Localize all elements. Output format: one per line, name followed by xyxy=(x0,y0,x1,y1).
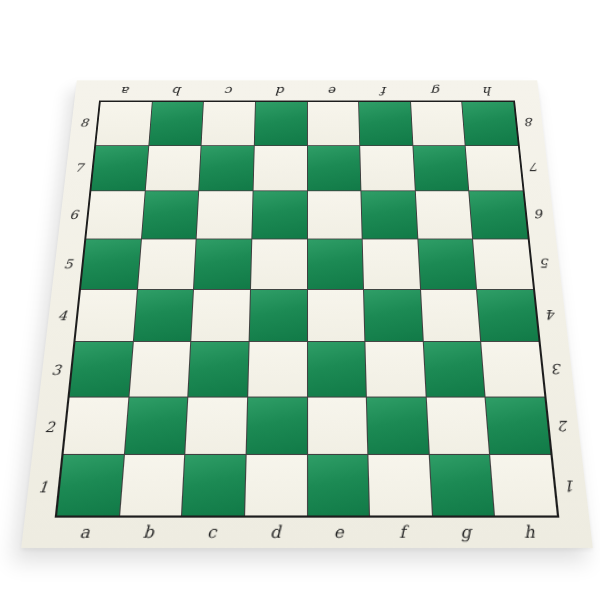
square-c6[interactable] xyxy=(197,191,253,238)
square-c8[interactable] xyxy=(202,102,255,145)
square-g7[interactable] xyxy=(413,146,468,191)
square-d4[interactable] xyxy=(250,289,307,341)
square-f6[interactable] xyxy=(362,191,418,238)
square-f7[interactable] xyxy=(360,146,414,191)
square-b4[interactable] xyxy=(134,289,194,341)
square-c1[interactable] xyxy=(182,455,245,515)
square-f3[interactable] xyxy=(366,342,426,396)
square-g3[interactable] xyxy=(424,342,485,396)
file-label-g-top: g xyxy=(410,80,463,100)
file-label-c-top: c xyxy=(203,80,256,100)
square-c2[interactable] xyxy=(186,397,247,454)
file-label-h-top: h xyxy=(461,80,515,100)
square-e5[interactable] xyxy=(307,239,363,288)
file-label-a-top: a xyxy=(99,80,153,100)
square-h6[interactable] xyxy=(470,191,528,238)
square-c5[interactable] xyxy=(194,239,251,288)
square-c3[interactable] xyxy=(189,342,249,396)
chessboard-grid xyxy=(55,101,560,518)
file-labels-top: abcdefgh xyxy=(99,80,515,100)
square-h8[interactable] xyxy=(463,102,518,145)
square-b7[interactable] xyxy=(145,146,200,191)
square-d2[interactable] xyxy=(247,397,307,454)
square-a7[interactable] xyxy=(91,146,148,191)
file-label-a-bottom: a xyxy=(51,518,117,548)
square-b2[interactable] xyxy=(125,397,188,454)
square-g6[interactable] xyxy=(416,191,473,238)
file-label-f-bottom: f xyxy=(370,518,435,548)
square-e4[interactable] xyxy=(308,289,365,341)
square-b1[interactable] xyxy=(120,455,185,515)
square-a4[interactable] xyxy=(76,289,137,341)
rank-label-6-right: 6 xyxy=(525,190,556,238)
square-d3[interactable] xyxy=(248,342,306,396)
file-labels-bottom: abcdefgh xyxy=(51,518,562,548)
square-d1[interactable] xyxy=(245,455,307,515)
square-f1[interactable] xyxy=(369,455,432,515)
square-b8[interactable] xyxy=(149,102,203,145)
file-label-e-bottom: e xyxy=(307,518,371,548)
square-c4[interactable] xyxy=(192,289,250,341)
square-h2[interactable] xyxy=(486,397,550,454)
square-d7[interactable] xyxy=(253,146,306,191)
square-a2[interactable] xyxy=(64,397,128,454)
square-f2[interactable] xyxy=(367,397,428,454)
square-b3[interactable] xyxy=(129,342,190,396)
square-h1[interactable] xyxy=(491,455,557,515)
square-b5[interactable] xyxy=(138,239,196,288)
file-label-c-bottom: c xyxy=(179,518,244,548)
square-g8[interactable] xyxy=(411,102,465,145)
square-h3[interactable] xyxy=(482,342,545,396)
square-h5[interactable] xyxy=(473,239,533,288)
rank-label-7-right: 7 xyxy=(520,144,551,190)
square-a6[interactable] xyxy=(86,191,144,238)
square-f4[interactable] xyxy=(364,289,422,341)
square-b6[interactable] xyxy=(142,191,199,238)
file-label-h-bottom: h xyxy=(496,518,562,548)
square-e3[interactable] xyxy=(308,342,366,396)
square-h7[interactable] xyxy=(466,146,523,191)
photo-background: abcdefgh 87654321 87654321 abcdefgh xyxy=(0,0,600,600)
square-a8[interactable] xyxy=(96,102,151,145)
file-label-d-top: d xyxy=(255,80,307,100)
square-e6[interactable] xyxy=(307,191,361,238)
square-g5[interactable] xyxy=(418,239,476,288)
file-label-b-top: b xyxy=(151,80,204,100)
square-e2[interactable] xyxy=(308,397,368,454)
rank-label-8-right: 8 xyxy=(515,101,545,145)
square-g1[interactable] xyxy=(430,455,495,515)
file-label-d-bottom: d xyxy=(243,518,307,548)
square-a5[interactable] xyxy=(81,239,141,288)
file-label-g-bottom: g xyxy=(433,518,498,548)
square-g4[interactable] xyxy=(421,289,481,341)
square-d6[interactable] xyxy=(252,191,306,238)
square-f5[interactable] xyxy=(363,239,420,288)
rank-label-3-right: 3 xyxy=(541,342,575,398)
chessboard-mat: abcdefgh 87654321 87654321 abcdefgh xyxy=(21,80,593,548)
square-a1[interactable] xyxy=(57,455,123,515)
rank-label-5-right: 5 xyxy=(530,239,562,289)
file-label-f-top: f xyxy=(358,80,411,100)
square-h4[interactable] xyxy=(477,289,538,341)
rank-label-4-right: 4 xyxy=(535,289,568,342)
file-label-e-top: e xyxy=(307,80,359,100)
square-c7[interactable] xyxy=(199,146,253,191)
file-label-b-bottom: b xyxy=(115,518,180,548)
square-e7[interactable] xyxy=(307,146,360,191)
square-d8[interactable] xyxy=(255,102,307,145)
square-e1[interactable] xyxy=(308,455,370,515)
square-f8[interactable] xyxy=(359,102,412,145)
square-e8[interactable] xyxy=(307,102,359,145)
square-g2[interactable] xyxy=(426,397,489,454)
square-d5[interactable] xyxy=(251,239,307,288)
square-a3[interactable] xyxy=(70,342,133,396)
